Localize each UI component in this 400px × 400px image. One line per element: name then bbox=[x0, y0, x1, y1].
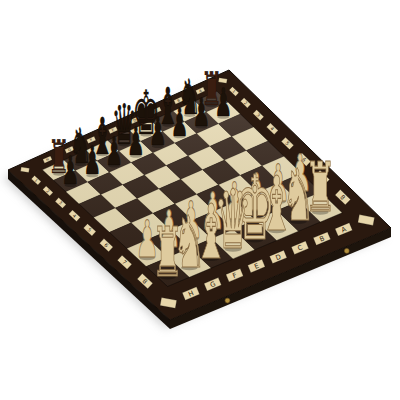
piece-black-pawn-g7: ♟ bbox=[192, 89, 210, 134]
piece-white-rook-a1: ♜ bbox=[152, 213, 184, 292]
piece-black-pawn-c7: ♟ bbox=[105, 128, 123, 173]
piece-black-pawn-a7: ♟ bbox=[61, 148, 79, 193]
chess-set-photo: 1122334455667788HHGGFFEEDDCCBBAA♜♞♟♝♟♚♟♛… bbox=[0, 0, 400, 400]
piece-black-pawn-h7: ♟ bbox=[214, 80, 232, 125]
chess-board: 1122334455667788HHGGFFEEDDCCBBAA♜♞♟♝♟♚♟♛… bbox=[0, 0, 400, 400]
piece-black-pawn-d7: ♟ bbox=[127, 119, 145, 164]
piece-black-pawn-b7: ♟ bbox=[83, 138, 101, 183]
piece-black-pawn-f7: ♟ bbox=[171, 99, 189, 144]
hinge-icon-right bbox=[344, 249, 349, 254]
hinge-icon-left bbox=[225, 298, 230, 303]
piece-black-pawn-e7: ♟ bbox=[149, 109, 167, 154]
